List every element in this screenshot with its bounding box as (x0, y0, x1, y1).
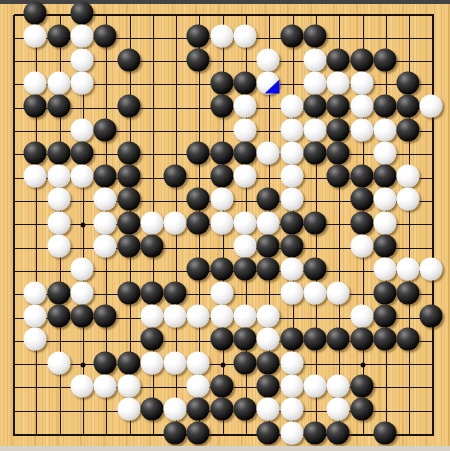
black-stone (397, 95, 420, 118)
white-stone (397, 165, 420, 188)
white-stone (257, 141, 280, 164)
black-stone (303, 25, 326, 48)
white-stone (373, 118, 396, 141)
black-stone (373, 48, 396, 71)
white-stone (280, 281, 303, 304)
black-stone (350, 211, 373, 234)
black-stone (210, 95, 233, 118)
grid-line-horizontal (14, 434, 434, 436)
white-stone (234, 165, 257, 188)
white-stone (303, 281, 326, 304)
black-stone (280, 328, 303, 351)
black-stone (187, 398, 210, 421)
black-stone (210, 141, 233, 164)
black-stone (257, 374, 280, 397)
black-stone (373, 305, 396, 328)
white-stone (280, 165, 303, 188)
black-stone (303, 95, 326, 118)
black-stone (373, 328, 396, 351)
black-stone (327, 95, 350, 118)
white-stone (350, 305, 373, 328)
white-stone (117, 374, 140, 397)
white-stone (373, 211, 396, 234)
white-stone (350, 235, 373, 258)
black-stone (94, 118, 117, 141)
black-stone (47, 95, 70, 118)
white-stone (280, 141, 303, 164)
black-stone (187, 211, 210, 234)
black-stone (350, 165, 373, 188)
black-stone (327, 421, 350, 444)
black-stone (210, 328, 233, 351)
white-stone (47, 235, 70, 258)
white-stone (210, 188, 233, 211)
black-stone (24, 95, 47, 118)
black-stone (397, 281, 420, 304)
black-stone (373, 165, 396, 188)
black-stone (70, 2, 93, 25)
white-stone (280, 374, 303, 397)
white-stone (164, 398, 187, 421)
white-stone (24, 71, 47, 94)
white-stone (373, 258, 396, 281)
white-stone (94, 188, 117, 211)
white-stone (397, 188, 420, 211)
white-stone (280, 118, 303, 141)
black-stone (210, 258, 233, 281)
black-stone (47, 141, 70, 164)
black-stone (210, 374, 233, 397)
black-stone (303, 328, 326, 351)
black-stone (187, 188, 210, 211)
black-stone (140, 398, 163, 421)
white-stone (257, 305, 280, 328)
white-stone (234, 118, 257, 141)
black-stone (187, 421, 210, 444)
black-stone (164, 165, 187, 188)
grid-line-vertical (13, 15, 15, 436)
white-stone (70, 165, 93, 188)
black-stone (373, 95, 396, 118)
white-stone (327, 281, 350, 304)
white-stone (24, 25, 47, 48)
white-stone (70, 71, 93, 94)
black-stone (350, 48, 373, 71)
black-stone (94, 25, 117, 48)
white-stone (303, 71, 326, 94)
white-stone (47, 351, 70, 374)
black-stone (164, 281, 187, 304)
white-stone (303, 118, 326, 141)
black-stone (303, 258, 326, 281)
white-stone (47, 211, 70, 234)
white-stone (24, 165, 47, 188)
black-stone (164, 421, 187, 444)
white-stone (280, 188, 303, 211)
star-point (361, 362, 366, 367)
black-stone (210, 165, 233, 188)
white-stone (94, 211, 117, 234)
black-stone (117, 48, 140, 71)
star-point (81, 222, 86, 227)
black-stone (280, 25, 303, 48)
black-stone (234, 328, 257, 351)
black-stone (373, 235, 396, 258)
black-stone (257, 258, 280, 281)
white-stone (303, 374, 326, 397)
black-stone (303, 141, 326, 164)
white-stone (420, 258, 443, 281)
white-stone (350, 71, 373, 94)
black-stone (140, 235, 163, 258)
white-stone (70, 374, 93, 397)
black-stone (24, 2, 47, 25)
black-stone (94, 305, 117, 328)
black-stone (47, 305, 70, 328)
white-stone (70, 48, 93, 71)
white-stone (140, 351, 163, 374)
white-stone (327, 374, 350, 397)
window-bottom-strip (0, 446, 450, 451)
white-stone (210, 281, 233, 304)
black-stone (303, 211, 326, 234)
white-stone (187, 305, 210, 328)
black-stone (350, 374, 373, 397)
black-stone (24, 141, 47, 164)
white-stone (70, 258, 93, 281)
black-stone (327, 141, 350, 164)
black-stone (117, 351, 140, 374)
black-stone (234, 71, 257, 94)
white-stone (70, 281, 93, 304)
white-stone (420, 95, 443, 118)
white-stone (397, 258, 420, 281)
white-stone (94, 235, 117, 258)
white-stone (234, 211, 257, 234)
black-stone (257, 421, 280, 444)
white-stone (373, 141, 396, 164)
black-stone (70, 305, 93, 328)
white-stone (94, 374, 117, 397)
black-stone (327, 165, 350, 188)
black-stone (187, 258, 210, 281)
white-stone (140, 305, 163, 328)
white-stone (47, 188, 70, 211)
white-stone (140, 211, 163, 234)
white-stone (187, 351, 210, 374)
black-stone (140, 281, 163, 304)
white-stone (373, 188, 396, 211)
black-stone (327, 48, 350, 71)
black-stone (187, 141, 210, 164)
last-move-triangle-marker (265, 79, 280, 93)
black-stone (187, 25, 210, 48)
white-stone (280, 421, 303, 444)
white-stone (47, 71, 70, 94)
white-stone (280, 95, 303, 118)
black-stone (47, 25, 70, 48)
black-stone (117, 281, 140, 304)
black-stone (234, 351, 257, 374)
black-stone (373, 281, 396, 304)
white-stone (257, 398, 280, 421)
white-stone (187, 374, 210, 397)
white-stone (280, 258, 303, 281)
black-stone (94, 351, 117, 374)
white-stone (210, 305, 233, 328)
go-board[interactable] (0, 0, 450, 446)
white-stone (210, 211, 233, 234)
black-stone (234, 141, 257, 164)
black-stone (234, 258, 257, 281)
white-stone (70, 118, 93, 141)
black-stone (257, 235, 280, 258)
star-point (81, 362, 86, 367)
black-stone (303, 421, 326, 444)
black-stone (350, 188, 373, 211)
black-stone (117, 235, 140, 258)
white-stone (24, 305, 47, 328)
white-stone (70, 25, 93, 48)
black-stone (94, 165, 117, 188)
black-stone (257, 188, 280, 211)
white-stone (164, 211, 187, 234)
black-stone (350, 328, 373, 351)
black-stone (117, 211, 140, 234)
black-stone (280, 211, 303, 234)
black-stone (397, 118, 420, 141)
black-stone (117, 141, 140, 164)
white-stone (234, 305, 257, 328)
black-stone (117, 188, 140, 211)
white-stone (234, 25, 257, 48)
black-stone (70, 141, 93, 164)
black-stone (280, 235, 303, 258)
black-stone (187, 48, 210, 71)
black-stone (327, 328, 350, 351)
white-stone (117, 398, 140, 421)
white-stone (350, 95, 373, 118)
white-stone (234, 95, 257, 118)
grid-line-vertical (432, 15, 434, 436)
white-stone (257, 328, 280, 351)
black-stone (373, 421, 396, 444)
black-stone (257, 351, 280, 374)
black-stone (350, 398, 373, 421)
white-stone (327, 71, 350, 94)
white-stone (24, 328, 47, 351)
white-stone (280, 351, 303, 374)
white-stone (164, 305, 187, 328)
black-stone (117, 165, 140, 188)
white-stone (24, 281, 47, 304)
white-stone (164, 351, 187, 374)
white-stone (280, 398, 303, 421)
black-stone (210, 71, 233, 94)
black-stone (140, 328, 163, 351)
black-stone (210, 398, 233, 421)
white-stone (350, 118, 373, 141)
black-stone (47, 281, 70, 304)
black-stone (397, 71, 420, 94)
white-stone (327, 398, 350, 421)
black-stone (234, 398, 257, 421)
white-stone (257, 48, 280, 71)
white-stone (303, 48, 326, 71)
white-stone (257, 211, 280, 234)
white-stone (234, 235, 257, 258)
black-stone (327, 118, 350, 141)
black-stone (117, 95, 140, 118)
white-stone (257, 71, 280, 94)
black-stone (420, 305, 443, 328)
go-board-window (0, 0, 450, 451)
white-stone (210, 25, 233, 48)
star-point (221, 362, 226, 367)
black-stone (397, 328, 420, 351)
white-stone (47, 165, 70, 188)
